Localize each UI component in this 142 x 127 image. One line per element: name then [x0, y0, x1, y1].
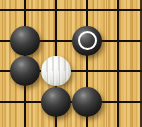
- intersection-r3-c4[interactable]: [103, 56, 134, 87]
- intersection-r1-c3[interactable]: [72, 0, 103, 25]
- black-stone: [10, 26, 40, 56]
- board-right-edge: [140, 0, 142, 127]
- black-stone: [41, 87, 71, 117]
- black-stone: [72, 26, 102, 56]
- intersection-grid: [10, 0, 134, 117]
- black-stone: [10, 56, 40, 86]
- intersection-r3-c1[interactable]: [10, 56, 41, 87]
- go-board[interactable]: [0, 0, 142, 127]
- intersection-r4-c1[interactable]: [10, 87, 41, 118]
- intersection-r1-c4[interactable]: [103, 0, 134, 25]
- intersection-r4-c4[interactable]: [103, 87, 134, 118]
- intersection-r4-c2[interactable]: [41, 87, 72, 118]
- intersection-r2-c3[interactable]: [72, 25, 103, 56]
- intersection-r3-c3[interactable]: [72, 56, 103, 87]
- intersection-r3-c2[interactable]: [41, 56, 72, 87]
- intersection-r2-c4[interactable]: [103, 25, 134, 56]
- intersection-r1-c2[interactable]: [41, 0, 72, 25]
- white-stone: [41, 56, 71, 86]
- intersection-r4-c3[interactable]: [72, 87, 103, 118]
- intersection-r1-c1[interactable]: [10, 0, 41, 25]
- black-stone: [72, 87, 102, 117]
- last-move-circle-marker: [78, 31, 97, 50]
- intersection-r2-c2[interactable]: [41, 25, 72, 56]
- intersection-r2-c1[interactable]: [10, 25, 41, 56]
